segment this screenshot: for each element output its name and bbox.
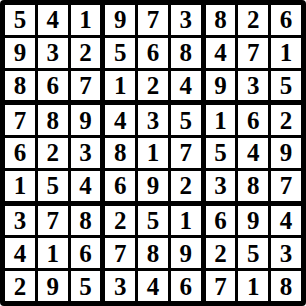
cell-r2c3[interactable]: 2 [71, 38, 101, 68]
cell-r6c9[interactable]: 7 [271, 171, 301, 201]
cell-r8c6[interactable]: 9 [171, 238, 201, 268]
cell-r8c8[interactable]: 5 [238, 238, 268, 268]
cell-r4c5[interactable]: 3 [138, 105, 168, 135]
cell-r6c7[interactable]: 3 [206, 171, 236, 201]
cell-r7c4[interactable]: 2 [105, 206, 135, 236]
box-7: 378416295 [5, 206, 100, 301]
box-3: 826471935 [206, 5, 301, 100]
box-2: 973568124 [105, 5, 200, 100]
cell-r9c6[interactable]: 6 [171, 271, 201, 301]
cell-r2c6[interactable]: 8 [171, 38, 201, 68]
cell-r5c5[interactable]: 1 [138, 138, 168, 168]
cell-r7c1[interactable]: 3 [5, 206, 35, 236]
cell-r4c2[interactable]: 8 [38, 105, 68, 135]
cell-r4c9[interactable]: 2 [271, 105, 301, 135]
cell-r9c9[interactable]: 8 [271, 271, 301, 301]
cell-r1c3[interactable]: 1 [71, 5, 101, 35]
cell-r2c4[interactable]: 5 [105, 38, 135, 68]
box-5: 435817692 [105, 105, 200, 200]
cell-r2c2[interactable]: 3 [38, 38, 68, 68]
cell-r3c8[interactable]: 3 [238, 71, 268, 101]
cell-r7c2[interactable]: 7 [38, 206, 68, 236]
cell-r7c7[interactable]: 6 [206, 206, 236, 236]
cell-r9c4[interactable]: 3 [105, 271, 135, 301]
cell-r8c9[interactable]: 3 [271, 238, 301, 268]
cell-r1c5[interactable]: 7 [138, 5, 168, 35]
cell-r7c5[interactable]: 5 [138, 206, 168, 236]
cell-r2c8[interactable]: 7 [238, 38, 268, 68]
cell-r6c5[interactable]: 9 [138, 171, 168, 201]
cell-r6c6[interactable]: 2 [171, 171, 201, 201]
cell-r4c7[interactable]: 1 [206, 105, 236, 135]
cell-r5c3[interactable]: 3 [71, 138, 101, 168]
cell-r4c4[interactable]: 4 [105, 105, 135, 135]
cell-r9c5[interactable]: 4 [138, 271, 168, 301]
box-9: 694253718 [206, 206, 301, 301]
cell-r5c9[interactable]: 9 [271, 138, 301, 168]
cell-r1c7[interactable]: 8 [206, 5, 236, 35]
cell-r6c2[interactable]: 5 [38, 171, 68, 201]
cell-r4c3[interactable]: 9 [71, 105, 101, 135]
cell-r2c5[interactable]: 6 [138, 38, 168, 68]
cell-r8c2[interactable]: 1 [38, 238, 68, 268]
cell-r5c6[interactable]: 7 [171, 138, 201, 168]
cell-r5c2[interactable]: 2 [38, 138, 68, 168]
cell-r8c4[interactable]: 7 [105, 238, 135, 268]
cell-r7c3[interactable]: 8 [71, 206, 101, 236]
cell-r2c7[interactable]: 4 [206, 38, 236, 68]
cell-r9c8[interactable]: 1 [238, 271, 268, 301]
cell-r1c2[interactable]: 4 [38, 5, 68, 35]
cell-r6c3[interactable]: 4 [71, 171, 101, 201]
cell-r3c2[interactable]: 6 [38, 71, 68, 101]
cell-r4c8[interactable]: 6 [238, 105, 268, 135]
cell-r1c9[interactable]: 6 [271, 5, 301, 35]
cell-r2c1[interactable]: 9 [5, 38, 35, 68]
cell-r3c6[interactable]: 4 [171, 71, 201, 101]
box-8: 251789346 [105, 206, 200, 301]
cell-r1c1[interactable]: 5 [5, 5, 35, 35]
cell-r8c7[interactable]: 2 [206, 238, 236, 268]
cell-r9c1[interactable]: 2 [5, 271, 35, 301]
box-4: 789623154 [5, 105, 100, 200]
cell-r5c4[interactable]: 8 [105, 138, 135, 168]
cell-r2c9[interactable]: 1 [271, 38, 301, 68]
cell-r6c4[interactable]: 6 [105, 171, 135, 201]
cell-r5c7[interactable]: 5 [206, 138, 236, 168]
cell-r9c3[interactable]: 5 [71, 271, 101, 301]
cell-r9c2[interactable]: 9 [38, 271, 68, 301]
cell-r7c8[interactable]: 9 [238, 206, 268, 236]
cell-r9c7[interactable]: 7 [206, 271, 236, 301]
cell-r8c1[interactable]: 4 [5, 238, 35, 268]
box-6: 162549387 [206, 105, 301, 200]
cell-r8c5[interactable]: 8 [138, 238, 168, 268]
cell-r1c4[interactable]: 9 [105, 5, 135, 35]
cell-r3c3[interactable]: 7 [71, 71, 101, 101]
cell-r1c6[interactable]: 3 [171, 5, 201, 35]
cell-r7c6[interactable]: 1 [171, 206, 201, 236]
cell-r3c5[interactable]: 2 [138, 71, 168, 101]
cell-r6c1[interactable]: 1 [5, 171, 35, 201]
cell-r8c3[interactable]: 6 [71, 238, 101, 268]
cell-r4c1[interactable]: 7 [5, 105, 35, 135]
cell-r4c6[interactable]: 5 [171, 105, 201, 135]
cell-r7c9[interactable]: 4 [271, 206, 301, 236]
box-1: 541932867 [5, 5, 100, 100]
cell-r6c8[interactable]: 8 [238, 171, 268, 201]
cell-r3c1[interactable]: 8 [5, 71, 35, 101]
cell-r5c8[interactable]: 4 [238, 138, 268, 168]
cell-r5c1[interactable]: 6 [5, 138, 35, 168]
cell-r1c8[interactable]: 2 [238, 5, 268, 35]
cell-r3c7[interactable]: 9 [206, 71, 236, 101]
cell-r3c4[interactable]: 1 [105, 71, 135, 101]
sudoku-board: 5419328679735681248264719357896231544358… [0, 0, 306, 306]
cell-r3c9[interactable]: 5 [271, 71, 301, 101]
